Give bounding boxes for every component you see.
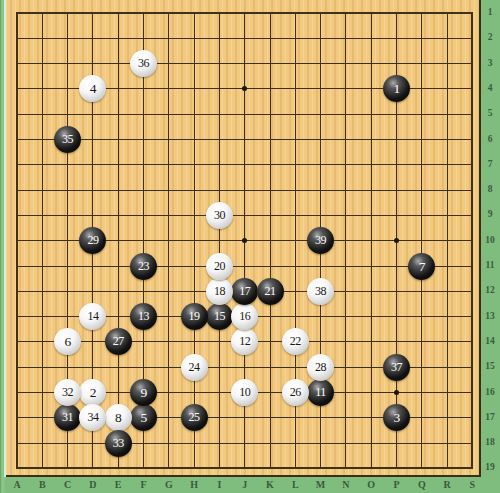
column-label-L: L bbox=[286, 479, 304, 490]
stone-white-18: 18 bbox=[206, 278, 233, 305]
move-number: 14 bbox=[79, 303, 106, 330]
stone-white-14: 14 bbox=[79, 303, 106, 330]
row-label-4: 4 bbox=[481, 83, 499, 93]
grid-line-vertical bbox=[371, 12, 372, 469]
column-label-M: M bbox=[312, 479, 330, 490]
move-number: 21 bbox=[257, 278, 284, 305]
row-label-11: 11 bbox=[481, 260, 499, 270]
move-number: 12 bbox=[231, 328, 258, 355]
row-label-18: 18 bbox=[481, 437, 499, 447]
star-point bbox=[394, 390, 399, 395]
move-number: 13 bbox=[130, 303, 157, 330]
stone-black-5: 5 bbox=[130, 404, 157, 431]
star-point bbox=[394, 238, 399, 243]
row-label-13: 13 bbox=[481, 311, 499, 321]
stone-black-25: 25 bbox=[181, 404, 208, 431]
move-number: 5 bbox=[130, 404, 157, 431]
move-number: 25 bbox=[181, 404, 208, 431]
move-number: 23 bbox=[130, 253, 157, 280]
stone-white-20: 20 bbox=[206, 253, 233, 280]
grid-line-vertical bbox=[421, 12, 422, 469]
move-number: 27 bbox=[105, 328, 132, 355]
move-number: 11 bbox=[307, 379, 334, 406]
grid-line-vertical bbox=[345, 12, 346, 469]
stone-black-7: 7 bbox=[408, 253, 435, 280]
star-point bbox=[242, 86, 247, 91]
column-label-Q: Q bbox=[413, 479, 431, 490]
row-label-16: 16 bbox=[481, 387, 499, 397]
move-number: 4 bbox=[79, 75, 106, 102]
move-number: 36 bbox=[130, 50, 157, 77]
row-label-1: 1 bbox=[481, 7, 499, 17]
grid-line-horizontal bbox=[16, 266, 473, 267]
stone-black-21: 21 bbox=[257, 278, 284, 305]
goban-board[interactable]: 1234567891011121314151617181920212223242… bbox=[6, 0, 481, 477]
move-number: 8 bbox=[105, 404, 132, 431]
move-number: 10 bbox=[231, 379, 258, 406]
stone-black-27: 27 bbox=[105, 328, 132, 355]
move-number: 39 bbox=[307, 227, 334, 254]
column-label-S: S bbox=[463, 479, 481, 490]
move-number: 18 bbox=[206, 278, 233, 305]
move-number: 24 bbox=[181, 354, 208, 381]
grid-line-horizontal bbox=[16, 467, 473, 469]
column-label-H: H bbox=[185, 479, 203, 490]
column-label-K: K bbox=[261, 479, 279, 490]
stone-white-22: 22 bbox=[282, 328, 309, 355]
stone-white-12: 12 bbox=[231, 328, 258, 355]
row-label-12: 12 bbox=[481, 285, 499, 295]
move-number: 19 bbox=[181, 303, 208, 330]
move-number: 32 bbox=[54, 379, 81, 406]
move-number: 15 bbox=[206, 303, 233, 330]
row-label-3: 3 bbox=[481, 58, 499, 68]
column-label-I: I bbox=[210, 479, 228, 490]
column-label-F: F bbox=[135, 479, 153, 490]
stone-black-1: 1 bbox=[383, 75, 410, 102]
row-label-8: 8 bbox=[481, 184, 499, 194]
move-number: 7 bbox=[408, 253, 435, 280]
move-number: 30 bbox=[206, 202, 233, 229]
move-number: 29 bbox=[79, 227, 106, 254]
grid-line-horizontal bbox=[16, 443, 473, 444]
stone-white-6: 6 bbox=[54, 328, 81, 355]
stone-black-37: 37 bbox=[383, 354, 410, 381]
stone-white-24: 24 bbox=[181, 354, 208, 381]
move-number: 28 bbox=[307, 354, 334, 381]
stone-white-36: 36 bbox=[130, 50, 157, 77]
row-label-19: 19 bbox=[481, 462, 499, 472]
stone-white-2: 2 bbox=[79, 379, 106, 406]
grid-line-vertical bbox=[270, 12, 271, 469]
stone-black-39: 39 bbox=[307, 227, 334, 254]
move-number: 26 bbox=[282, 379, 309, 406]
move-number: 33 bbox=[105, 430, 132, 457]
row-label-6: 6 bbox=[481, 134, 499, 144]
stone-black-15: 15 bbox=[206, 303, 233, 330]
column-label-A: A bbox=[8, 479, 26, 490]
row-label-15: 15 bbox=[481, 361, 499, 371]
stone-black-9: 9 bbox=[130, 379, 157, 406]
stone-white-26: 26 bbox=[282, 379, 309, 406]
row-label-2: 2 bbox=[481, 32, 499, 42]
column-label-G: G bbox=[160, 479, 178, 490]
move-number: 35 bbox=[54, 126, 81, 153]
move-number: 34 bbox=[79, 404, 106, 431]
frame-bevel bbox=[4, 0, 6, 477]
column-label-J: J bbox=[236, 479, 254, 490]
stone-black-3: 3 bbox=[383, 404, 410, 431]
move-number: 38 bbox=[307, 278, 334, 305]
stone-black-35: 35 bbox=[54, 126, 81, 153]
move-number: 2 bbox=[79, 379, 106, 406]
stone-black-31: 31 bbox=[54, 404, 81, 431]
move-number: 22 bbox=[282, 328, 309, 355]
stone-white-8: 8 bbox=[105, 404, 132, 431]
stone-white-38: 38 bbox=[307, 278, 334, 305]
stone-white-32: 32 bbox=[54, 379, 81, 406]
row-label-7: 7 bbox=[481, 159, 499, 169]
stone-black-11: 11 bbox=[307, 379, 334, 406]
stone-white-34: 34 bbox=[79, 404, 106, 431]
move-number: 17 bbox=[231, 278, 258, 305]
column-label-E: E bbox=[109, 479, 127, 490]
column-label-P: P bbox=[388, 479, 406, 490]
stone-white-30: 30 bbox=[206, 202, 233, 229]
row-label-5: 5 bbox=[481, 108, 499, 118]
stone-white-4: 4 bbox=[79, 75, 106, 102]
column-label-B: B bbox=[33, 479, 51, 490]
move-number: 6 bbox=[54, 328, 81, 355]
column-label-C: C bbox=[59, 479, 77, 490]
move-number: 16 bbox=[231, 303, 258, 330]
move-number: 31 bbox=[54, 404, 81, 431]
move-number: 3 bbox=[383, 404, 410, 431]
stone-black-19: 19 bbox=[181, 303, 208, 330]
move-number: 1 bbox=[383, 75, 410, 102]
stone-black-29: 29 bbox=[79, 227, 106, 254]
column-label-R: R bbox=[438, 479, 456, 490]
row-label-9: 9 bbox=[481, 209, 499, 219]
move-number: 37 bbox=[383, 354, 410, 381]
move-number: 9 bbox=[130, 379, 157, 406]
row-label-10: 10 bbox=[481, 235, 499, 245]
goban-frame: 1234567891011121314151617181920212223242… bbox=[0, 0, 500, 493]
stone-black-23: 23 bbox=[130, 253, 157, 280]
grid-line-vertical bbox=[447, 12, 448, 469]
stone-white-16: 16 bbox=[231, 303, 258, 330]
star-point bbox=[242, 238, 247, 243]
column-label-D: D bbox=[84, 479, 102, 490]
row-label-17: 17 bbox=[481, 412, 499, 422]
stone-black-33: 33 bbox=[105, 430, 132, 457]
grid-line-vertical bbox=[471, 12, 473, 469]
stone-black-17: 17 bbox=[231, 278, 258, 305]
stone-white-10: 10 bbox=[231, 379, 258, 406]
stone-black-13: 13 bbox=[130, 303, 157, 330]
column-label-O: O bbox=[362, 479, 380, 490]
move-number: 20 bbox=[206, 253, 233, 280]
column-label-N: N bbox=[337, 479, 355, 490]
row-label-14: 14 bbox=[481, 336, 499, 346]
stone-white-28: 28 bbox=[307, 354, 334, 381]
